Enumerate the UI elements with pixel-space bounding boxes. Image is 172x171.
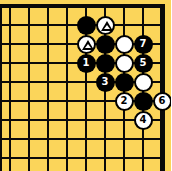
stone-black[interactable]: 3 [96, 73, 115, 92]
grid-line-h [0, 157, 163, 159]
stone-black[interactable]: 7 [134, 35, 153, 54]
stone-black[interactable]: 1 [77, 54, 96, 73]
stone-black[interactable] [96, 54, 115, 73]
grid-line-v [28, 4, 30, 171]
grid-line-h [0, 138, 163, 140]
stone-black[interactable] [96, 35, 115, 54]
move-number: 4 [140, 115, 147, 125]
board-edge-right [160, 4, 165, 171]
move-number: 6 [159, 96, 166, 106]
stone-white[interactable]: 4 [134, 111, 153, 130]
stone-white[interactable] [115, 54, 134, 73]
move-number: 3 [102, 77, 109, 87]
grid-line-v [47, 4, 49, 171]
stone-black[interactable]: 5 [134, 54, 153, 73]
triangle-mark-inner [104, 25, 110, 29]
stone-white[interactable] [115, 35, 134, 54]
stone-white[interactable] [77, 35, 96, 54]
stone-black[interactable] [77, 16, 96, 35]
go-board[interactable]: 7153264 [0, 0, 171, 171]
grid-line-v [66, 4, 68, 171]
move-number: 5 [140, 58, 147, 68]
cropped-left-line [0, 4, 2, 171]
move-number: 2 [121, 96, 128, 106]
move-number: 7 [140, 39, 147, 49]
stone-black[interactable] [134, 92, 153, 111]
board-edge-top [0, 4, 165, 8]
grid-line-v [9, 4, 11, 171]
go-diagram: 7153264 [0, 0, 171, 171]
triangle-mark-inner [85, 44, 91, 48]
stone-white[interactable] [96, 16, 115, 35]
stone-white[interactable] [134, 73, 153, 92]
stone-white[interactable]: 6 [153, 92, 172, 111]
stone-white[interactable]: 2 [115, 92, 134, 111]
move-number: 1 [83, 58, 90, 68]
stone-black[interactable] [115, 73, 134, 92]
